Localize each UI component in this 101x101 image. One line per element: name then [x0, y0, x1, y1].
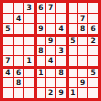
cell-r6c1[interactable]: 7	[3, 56, 13, 66]
cell-r7c8[interactable]	[78, 67, 88, 77]
cell-r3c5[interactable]	[46, 24, 56, 34]
cell-r4c8[interactable]	[78, 35, 88, 45]
cell-r4c3[interactable]	[24, 35, 34, 45]
cell-r6c3[interactable]: 1	[24, 56, 34, 66]
cell-r4c7[interactable]: 5	[67, 35, 77, 45]
cell-r7c2[interactable]: 6	[14, 67, 24, 77]
cell-r6c8[interactable]	[78, 56, 88, 66]
cell-r1c1[interactable]	[3, 3, 13, 13]
cell-r2c1[interactable]	[3, 14, 13, 24]
cell-r2c7[interactable]	[67, 14, 77, 24]
cell-r6c4[interactable]	[35, 56, 45, 66]
cell-r8c3[interactable]	[24, 78, 34, 88]
cell-r4c9[interactable]: 2	[88, 35, 98, 45]
cell-r6c7[interactable]	[67, 56, 77, 66]
cell-r2c2[interactable]: 4	[14, 14, 24, 24]
cell-r1c8[interactable]	[78, 3, 88, 13]
cell-r6c9[interactable]	[88, 56, 98, 66]
cell-r9c1[interactable]	[3, 88, 13, 98]
sudoku-board: 3674759486952837144618589291	[0, 0, 101, 101]
cell-r6c6[interactable]	[56, 56, 66, 66]
cell-r8c6[interactable]	[56, 78, 66, 88]
cell-r2c8[interactable]: 7	[78, 14, 88, 24]
cell-r3c8[interactable]: 8	[78, 24, 88, 34]
cell-r7c1[interactable]: 4	[3, 67, 13, 77]
cell-r7c3[interactable]	[24, 67, 34, 77]
cell-r1c6[interactable]	[56, 3, 66, 13]
cell-r7c6[interactable]: 8	[56, 67, 66, 77]
cell-r1c5[interactable]: 7	[46, 3, 56, 13]
cell-r8c2[interactable]: 8	[14, 78, 24, 88]
cell-r5c8[interactable]	[78, 46, 88, 56]
cell-r6c5[interactable]: 4	[46, 56, 56, 66]
cell-r4c6[interactable]	[56, 35, 66, 45]
cell-r8c5[interactable]	[46, 78, 56, 88]
cell-r5c9[interactable]	[88, 46, 98, 56]
cell-r1c3[interactable]: 3	[24, 3, 34, 13]
cell-r3c3[interactable]	[24, 24, 34, 34]
cell-r3c4[interactable]: 9	[35, 24, 45, 34]
cell-r2c5[interactable]	[46, 14, 56, 24]
cell-r3c1[interactable]: 5	[3, 24, 13, 34]
cell-r7c4[interactable]: 1	[35, 67, 45, 77]
cell-r5c4[interactable]: 8	[35, 46, 45, 56]
cell-r4c4[interactable]	[35, 35, 45, 45]
cell-r9c9[interactable]	[88, 88, 98, 98]
cell-r9c5[interactable]: 2	[46, 88, 56, 98]
cell-r8c1[interactable]	[3, 78, 13, 88]
cell-r1c4[interactable]: 6	[35, 3, 45, 13]
cell-r5c5[interactable]	[46, 46, 56, 56]
cell-r2c9[interactable]	[88, 14, 98, 24]
cell-r1c9[interactable]	[88, 3, 98, 13]
cell-r5c2[interactable]	[14, 46, 24, 56]
cell-r8c9[interactable]	[88, 78, 98, 88]
cell-r4c2[interactable]	[14, 35, 24, 45]
cell-r8c4[interactable]	[35, 78, 45, 88]
cell-r8c8[interactable]: 9	[78, 78, 88, 88]
cell-r3c7[interactable]	[67, 24, 77, 34]
cell-r7c5[interactable]	[46, 67, 56, 77]
cell-r2c6[interactable]	[56, 14, 66, 24]
cell-r2c4[interactable]	[35, 14, 45, 24]
cell-r6c2[interactable]	[14, 56, 24, 66]
cell-r9c3[interactable]	[24, 88, 34, 98]
cell-r9c2[interactable]	[14, 88, 24, 98]
cell-r2c3[interactable]	[24, 14, 34, 24]
cell-r4c1[interactable]	[3, 35, 13, 45]
cell-r1c7[interactable]	[67, 3, 77, 13]
cell-r7c7[interactable]	[67, 67, 77, 77]
cell-r8c7[interactable]	[67, 78, 77, 88]
cell-r9c4[interactable]	[35, 88, 45, 98]
cell-r9c7[interactable]: 1	[67, 88, 77, 98]
cell-r4c5[interactable]: 9	[46, 35, 56, 45]
cell-r9c8[interactable]	[78, 88, 88, 98]
cell-r5c1[interactable]	[3, 46, 13, 56]
cell-r9c6[interactable]: 9	[56, 88, 66, 98]
cell-r3c2[interactable]	[14, 24, 24, 34]
cell-r5c6[interactable]: 3	[56, 46, 66, 56]
cell-r3c6[interactable]: 4	[56, 24, 66, 34]
cell-r7c9[interactable]: 5	[88, 67, 98, 77]
cell-r1c2[interactable]	[14, 3, 24, 13]
cell-r3c9[interactable]: 6	[88, 24, 98, 34]
cell-r5c3[interactable]	[24, 46, 34, 56]
cell-r5c7[interactable]	[67, 46, 77, 56]
